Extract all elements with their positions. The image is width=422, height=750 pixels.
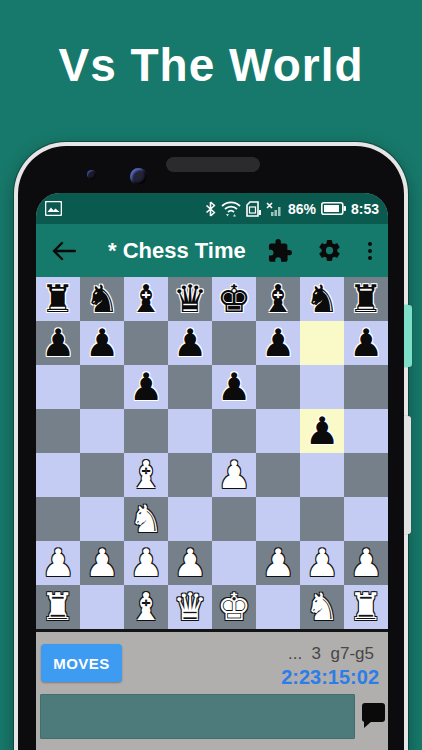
sim-alert-icon <box>246 201 261 217</box>
square-h8[interactable]: ♜ <box>344 277 388 321</box>
last-move-indicator: ... 3 g7-g5 <box>288 644 374 664</box>
white-pawn: ♟ <box>305 541 339 585</box>
white-knight: ♞ <box>305 585 339 629</box>
black-pawn: ♟ <box>85 321 119 365</box>
game-timer: 2:23:15:02 <box>281 666 379 689</box>
black-pawn: ♟ <box>129 365 163 409</box>
puzzle-icon[interactable] <box>267 238 293 264</box>
app-bar: * Chess Time <box>36 224 388 277</box>
square-f1[interactable] <box>256 585 300 629</box>
square-e6[interactable]: ♟ <box>212 365 256 409</box>
square-g6[interactable] <box>300 365 344 409</box>
square-g3[interactable] <box>300 497 344 541</box>
square-f6[interactable] <box>256 365 300 409</box>
square-h2[interactable]: ♟ <box>344 541 388 585</box>
square-g2[interactable]: ♟ <box>300 541 344 585</box>
square-h3[interactable] <box>344 497 388 541</box>
square-e3[interactable] <box>212 497 256 541</box>
signal-x-icon <box>266 201 283 217</box>
square-c1[interactable]: ♝ <box>124 585 168 629</box>
square-c7[interactable] <box>124 321 168 365</box>
square-a1[interactable]: ♜ <box>36 585 80 629</box>
white-rook: ♜ <box>41 585 75 629</box>
square-c5[interactable] <box>124 409 168 453</box>
square-a7[interactable]: ♟ <box>36 321 80 365</box>
status-bar: 86% 8:53 <box>36 193 388 224</box>
black-rook: ♜ <box>349 277 383 321</box>
square-e2[interactable] <box>212 541 256 585</box>
white-pawn: ♟ <box>41 541 75 585</box>
square-f7[interactable]: ♟ <box>256 321 300 365</box>
battery-percent: 86% <box>288 201 316 217</box>
square-a6[interactable] <box>36 365 80 409</box>
square-g4[interactable] <box>300 453 344 497</box>
square-d8[interactable]: ♛ <box>168 277 212 321</box>
black-bishop: ♝ <box>129 277 163 321</box>
square-d1[interactable]: ♛ <box>168 585 212 629</box>
square-b8[interactable]: ♞ <box>80 277 124 321</box>
square-h1[interactable]: ♜ <box>344 585 388 629</box>
black-rook: ♜ <box>41 277 75 321</box>
chat-input[interactable] <box>40 694 355 739</box>
square-c6[interactable]: ♟ <box>124 365 168 409</box>
white-bishop: ♝ <box>129 585 163 629</box>
square-b3[interactable] <box>80 497 124 541</box>
square-b5[interactable] <box>80 409 124 453</box>
white-rook: ♜ <box>349 585 383 629</box>
square-f8[interactable]: ♝ <box>256 277 300 321</box>
black-pawn: ♟ <box>41 321 75 365</box>
white-pawn: ♟ <box>261 541 295 585</box>
square-b6[interactable] <box>80 365 124 409</box>
square-c8[interactable]: ♝ <box>124 277 168 321</box>
front-camera-lens <box>130 168 147 185</box>
square-c3[interactable]: ♞ <box>124 497 168 541</box>
square-h7[interactable]: ♟ <box>344 321 388 365</box>
square-b7[interactable]: ♟ <box>80 321 124 365</box>
black-pawn: ♟ <box>173 321 207 365</box>
square-b1[interactable] <box>80 585 124 629</box>
white-pawn: ♟ <box>173 541 207 585</box>
black-pawn: ♟ <box>305 409 339 453</box>
square-g1[interactable]: ♞ <box>300 585 344 629</box>
square-d4[interactable] <box>168 453 212 497</box>
square-h5[interactable] <box>344 409 388 453</box>
square-c2[interactable]: ♟ <box>124 541 168 585</box>
bottom-panel: MOVES ... 3 g7-g5 2:23:15:02 <box>36 629 388 750</box>
bluetooth-icon <box>205 201 216 217</box>
square-e8[interactable]: ♚ <box>212 277 256 321</box>
square-e4[interactable]: ♟ <box>212 453 256 497</box>
moves-button[interactable]: MOVES <box>41 644 122 682</box>
volume-button <box>404 416 411 534</box>
phone-screen: 86% 8:53 * Chess Time ♜♞♝♛♚♝♞♜♟♟♟♟♟♟♟♟♝♟… <box>36 193 388 750</box>
white-king: ♚ <box>217 585 251 629</box>
square-d5[interactable] <box>168 409 212 453</box>
power-button <box>404 305 412 367</box>
back-arrow-icon[interactable] <box>52 241 76 261</box>
white-queen: ♛ <box>173 585 207 629</box>
square-h4[interactable] <box>344 453 388 497</box>
clock-time: 8:53 <box>351 201 379 217</box>
square-c4[interactable]: ♝ <box>124 453 168 497</box>
square-b4[interactable] <box>80 453 124 497</box>
black-queen: ♛ <box>173 277 207 321</box>
speaker-grille <box>166 157 260 172</box>
square-a5[interactable] <box>36 409 80 453</box>
app-title: * Chess Time <box>108 238 246 264</box>
white-bishop: ♝ <box>129 453 163 497</box>
screenshot-image-icon <box>45 201 62 216</box>
wifi-icon <box>221 201 241 217</box>
white-pawn: ♟ <box>217 453 251 497</box>
square-f3[interactable] <box>256 497 300 541</box>
square-g5[interactable]: ♟ <box>300 409 344 453</box>
square-f5[interactable] <box>256 409 300 453</box>
square-a3[interactable] <box>36 497 80 541</box>
square-e5[interactable] <box>212 409 256 453</box>
square-a8[interactable]: ♜ <box>36 277 80 321</box>
square-h6[interactable] <box>344 365 388 409</box>
white-pawn: ♟ <box>349 541 383 585</box>
square-e1[interactable]: ♚ <box>212 585 256 629</box>
black-pawn: ♟ <box>217 365 251 409</box>
gear-icon[interactable] <box>317 238 342 263</box>
black-bishop: ♝ <box>261 277 295 321</box>
square-e7[interactable] <box>212 321 256 365</box>
square-d3[interactable] <box>168 497 212 541</box>
black-knight: ♞ <box>305 277 339 321</box>
square-g8[interactable]: ♞ <box>300 277 344 321</box>
black-pawn: ♟ <box>349 321 383 365</box>
chat-bubble-icon[interactable] <box>362 703 385 722</box>
square-d6[interactable] <box>168 365 212 409</box>
square-a2[interactable]: ♟ <box>36 541 80 585</box>
square-a4[interactable] <box>36 453 80 497</box>
front-camera-small <box>87 170 96 179</box>
page-title: Vs The World <box>0 38 422 92</box>
square-d2[interactable]: ♟ <box>168 541 212 585</box>
white-pawn: ♟ <box>85 541 119 585</box>
overflow-menu-icon[interactable] <box>366 240 374 262</box>
black-knight: ♞ <box>85 277 119 321</box>
black-king: ♚ <box>217 277 251 321</box>
white-knight: ♞ <box>129 497 163 541</box>
chess-board[interactable]: ♜♞♝♛♚♝♞♜♟♟♟♟♟♟♟♟♝♟♞♟♟♟♟♟♟♟♜♝♛♚♞♜ <box>36 277 388 629</box>
square-g7[interactable] <box>300 321 344 365</box>
square-d7[interactable]: ♟ <box>168 321 212 365</box>
square-f4[interactable] <box>256 453 300 497</box>
square-f2[interactable]: ♟ <box>256 541 300 585</box>
black-pawn: ♟ <box>261 321 295 365</box>
battery-icon <box>321 202 346 215</box>
square-b2[interactable]: ♟ <box>80 541 124 585</box>
white-pawn: ♟ <box>129 541 163 585</box>
